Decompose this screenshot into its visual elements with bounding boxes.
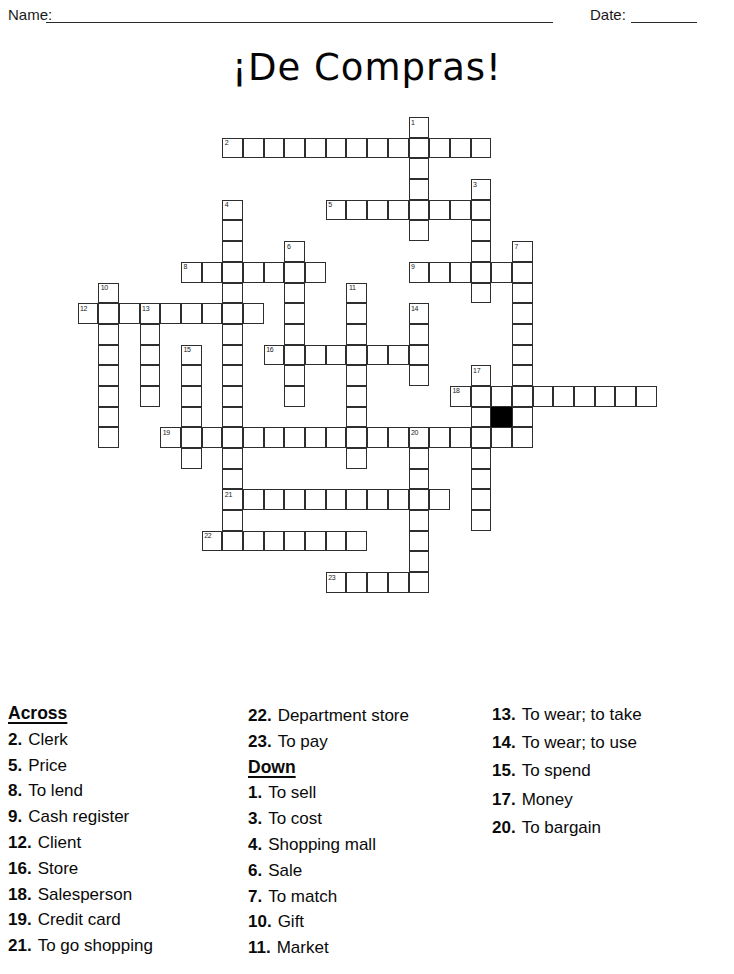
grid-cell[interactable] bbox=[346, 448, 367, 469]
grid-cell[interactable] bbox=[243, 138, 264, 159]
grid-cell[interactable] bbox=[450, 262, 471, 283]
grid-cell[interactable] bbox=[429, 489, 450, 510]
clue-number-label: 14 bbox=[411, 305, 418, 312]
grid-cell[interactable] bbox=[346, 365, 367, 386]
grid-cell[interactable]: 1 bbox=[409, 117, 430, 138]
grid-cell[interactable] bbox=[326, 345, 347, 366]
grid-cell[interactable] bbox=[429, 262, 450, 283]
grid-cell[interactable] bbox=[615, 386, 636, 407]
clue-text: Credit card bbox=[38, 910, 121, 929]
grid-cell[interactable] bbox=[222, 283, 243, 304]
grid-cell[interactable] bbox=[181, 448, 202, 469]
clue-number-label: 21 bbox=[225, 491, 232, 498]
grid-cell[interactable] bbox=[98, 324, 119, 345]
grid-cell[interactable] bbox=[326, 138, 347, 159]
clue-number: 10. bbox=[248, 912, 272, 931]
grid-cell[interactable] bbox=[409, 365, 430, 386]
clue-number-label: 2 bbox=[225, 139, 229, 146]
grid-cell[interactable] bbox=[346, 138, 367, 159]
grid-cell[interactable] bbox=[595, 386, 616, 407]
grid-cell[interactable] bbox=[284, 345, 305, 366]
across-clue-19: 19.Credit card bbox=[8, 907, 153, 933]
puzzle-title: ¡De Compras! bbox=[0, 44, 734, 92]
grid-cell[interactable] bbox=[409, 510, 430, 531]
across-clue-22: 22.Department store bbox=[248, 703, 409, 729]
clue-column-2: 22.Department store23.To payDown1.To sel… bbox=[248, 703, 409, 961]
grid-cell[interactable] bbox=[222, 262, 243, 283]
grid-cell[interactable] bbox=[181, 407, 202, 428]
grid-cell[interactable] bbox=[409, 551, 430, 572]
down-clue-15: 15.To spend bbox=[492, 757, 642, 785]
clue-number-label: 5 bbox=[328, 201, 332, 208]
grid-cell[interactable] bbox=[512, 386, 533, 407]
clue-text: To wear; to use bbox=[522, 733, 637, 752]
grid-cell[interactable] bbox=[471, 241, 492, 262]
grid-cell[interactable] bbox=[305, 427, 326, 448]
clue-number: 16. bbox=[8, 859, 32, 878]
grid-cell[interactable]: 19 bbox=[160, 427, 181, 448]
grid-cell[interactable] bbox=[140, 324, 161, 345]
clue-number: 11. bbox=[248, 938, 271, 957]
grid-cell[interactable] bbox=[222, 324, 243, 345]
clue-number-label: 3 bbox=[473, 181, 477, 188]
grid-cell[interactable] bbox=[181, 386, 202, 407]
clue-text: Clerk bbox=[28, 730, 68, 749]
grid-cell[interactable]: 8 bbox=[181, 262, 202, 283]
grid-cell[interactable] bbox=[346, 489, 367, 510]
grid-cell[interactable] bbox=[346, 572, 367, 593]
grid-cell[interactable] bbox=[140, 365, 161, 386]
clue-text: To cost bbox=[268, 809, 322, 828]
grid-cell[interactable] bbox=[160, 303, 181, 324]
grid-cell[interactable] bbox=[471, 262, 492, 283]
grid-cell[interactable] bbox=[471, 138, 492, 159]
grid-cell[interactable] bbox=[264, 138, 285, 159]
across-clue-5: 5.Price bbox=[8, 753, 153, 779]
clue-number: 5. bbox=[8, 756, 22, 775]
grid-cell[interactable] bbox=[305, 345, 326, 366]
grid-cell[interactable] bbox=[533, 386, 554, 407]
grid-cell[interactable] bbox=[471, 200, 492, 221]
grid-cell[interactable] bbox=[471, 220, 492, 241]
grid-cell[interactable] bbox=[512, 365, 533, 386]
down-clue-1: 1.To sell bbox=[248, 780, 409, 806]
clue-number: 22. bbox=[248, 706, 272, 725]
grid-cell[interactable] bbox=[284, 303, 305, 324]
grid-cell[interactable] bbox=[346, 386, 367, 407]
grid-cell[interactable] bbox=[222, 427, 243, 448]
grid-cell[interactable] bbox=[471, 427, 492, 448]
grid-cell[interactable] bbox=[243, 531, 264, 552]
grid-cell[interactable] bbox=[284, 138, 305, 159]
clue-number-label: 15 bbox=[183, 346, 190, 353]
grid-cell[interactable] bbox=[471, 386, 492, 407]
grid-cell[interactable]: 4 bbox=[222, 200, 243, 221]
clue-number-label: 9 bbox=[411, 263, 415, 270]
grid-cell[interactable] bbox=[409, 489, 430, 510]
grid-cell[interactable] bbox=[450, 200, 471, 221]
clue-text: To bargain bbox=[522, 818, 601, 837]
grid-cell[interactable] bbox=[450, 138, 471, 159]
clue-column-3: 13.To wear; to take14.To wear; to use15.… bbox=[492, 701, 642, 842]
grid-cell[interactable] bbox=[409, 158, 430, 179]
clue-number-label: 6 bbox=[287, 243, 291, 250]
across-clue-18: 18.Salesperson bbox=[8, 882, 153, 908]
down-clue-7: 7.To match bbox=[248, 884, 409, 910]
clue-number-label: 22 bbox=[204, 532, 211, 539]
clue-number-label: 13 bbox=[142, 305, 149, 312]
clue-number-label: 11 bbox=[349, 284, 356, 291]
clue-number: 8. bbox=[8, 781, 22, 800]
grid-cell[interactable] bbox=[222, 303, 243, 324]
grid-cell[interactable] bbox=[429, 427, 450, 448]
grid-cell[interactable] bbox=[346, 427, 367, 448]
down-clue-3: 3.To cost bbox=[248, 806, 409, 832]
clue-number: 18. bbox=[8, 885, 32, 904]
grid-cell[interactable] bbox=[491, 386, 512, 407]
grid-cell[interactable] bbox=[284, 283, 305, 304]
grid-cell[interactable] bbox=[512, 324, 533, 345]
grid-cell[interactable]: 6 bbox=[284, 241, 305, 262]
date-label: Date: bbox=[590, 6, 626, 23]
grid-cell[interactable] bbox=[388, 489, 409, 510]
grid-cell[interactable] bbox=[429, 138, 450, 159]
grid-cell[interactable] bbox=[326, 427, 347, 448]
grid-cell[interactable] bbox=[409, 531, 430, 552]
grid-cell[interactable] bbox=[346, 407, 367, 428]
clue-text: To lend bbox=[28, 781, 83, 800]
across-clue-2: 2.Clerk bbox=[8, 727, 153, 753]
clue-number-label: 1 bbox=[411, 119, 415, 126]
grid-cell[interactable] bbox=[409, 469, 430, 490]
grid-cell[interactable] bbox=[471, 283, 492, 304]
grid-cell[interactable] bbox=[98, 303, 119, 324]
grid-cell[interactable]: 10 bbox=[98, 283, 119, 304]
grid-cell[interactable] bbox=[222, 345, 243, 366]
clue-text: To wear; to take bbox=[522, 705, 642, 724]
grid-cell[interactable] bbox=[471, 448, 492, 469]
grid-cell[interactable] bbox=[202, 262, 223, 283]
clue-number: 9. bbox=[8, 807, 22, 826]
grid-cell[interactable] bbox=[367, 489, 388, 510]
clue-number: 7. bbox=[248, 887, 262, 906]
grid-cell[interactable] bbox=[574, 386, 595, 407]
clue-text: To sell bbox=[268, 783, 316, 802]
clue-number-label: 12 bbox=[80, 305, 87, 312]
grid-cell[interactable]: 5 bbox=[326, 200, 347, 221]
clue-number: 13. bbox=[492, 705, 516, 724]
grid-cell[interactable] bbox=[326, 489, 347, 510]
down-clue-10: 10.Gift bbox=[248, 909, 409, 935]
clue-number-label: 4 bbox=[225, 201, 229, 208]
grid-cell[interactable]: 16 bbox=[264, 345, 285, 366]
clue-number: 23. bbox=[248, 732, 272, 751]
grid-cell[interactable] bbox=[284, 427, 305, 448]
grid-cell[interactable] bbox=[512, 283, 533, 304]
grid-cell[interactable] bbox=[471, 469, 492, 490]
grid-cell[interactable] bbox=[222, 365, 243, 386]
grid-cell[interactable] bbox=[471, 489, 492, 510]
grid-cell[interactable] bbox=[98, 345, 119, 366]
grid-cell[interactable] bbox=[222, 531, 243, 552]
grid-cell[interactable] bbox=[346, 531, 367, 552]
grid-cell[interactable] bbox=[284, 365, 305, 386]
grid-cell[interactable] bbox=[202, 303, 223, 324]
grid-cell[interactable] bbox=[140, 345, 161, 366]
grid-cell[interactable] bbox=[471, 407, 492, 428]
grid-cell[interactable] bbox=[98, 365, 119, 386]
grid-cell[interactable] bbox=[222, 407, 243, 428]
grid-cell[interactable] bbox=[326, 531, 347, 552]
grid-cell[interactable] bbox=[284, 531, 305, 552]
grid-cell[interactable]: 2 bbox=[222, 138, 243, 159]
grid-cell[interactable]: 22 bbox=[202, 531, 223, 552]
across-clue-23: 23.To pay bbox=[248, 729, 409, 755]
down-clue-20: 20.To bargain bbox=[492, 814, 642, 842]
grid-cell[interactable] bbox=[243, 303, 264, 324]
across-heading: Across bbox=[8, 701, 153, 727]
grid-cell[interactable] bbox=[243, 427, 264, 448]
grid-cell[interactable] bbox=[243, 489, 264, 510]
grid-cell[interactable] bbox=[305, 531, 326, 552]
grid-cell[interactable] bbox=[409, 572, 430, 593]
grid-cell[interactable]: 7 bbox=[512, 241, 533, 262]
clue-number: 21. bbox=[8, 936, 32, 955]
grid-cell[interactable]: 13 bbox=[140, 303, 161, 324]
name-input-line[interactable] bbox=[46, 7, 553, 23]
grid-cell[interactable] bbox=[450, 427, 471, 448]
grid-cell[interactable] bbox=[98, 386, 119, 407]
down-heading: Down bbox=[248, 755, 409, 781]
grid-cell[interactable] bbox=[346, 345, 367, 366]
across-clue-16: 16.Store bbox=[8, 856, 153, 882]
grid-cell[interactable]: 20 bbox=[409, 427, 430, 448]
clue-text: Client bbox=[38, 833, 81, 852]
grid-cell[interactable] bbox=[491, 427, 512, 448]
grid-cell[interactable] bbox=[491, 262, 512, 283]
grid-cell[interactable] bbox=[388, 427, 409, 448]
grid-cell[interactable] bbox=[222, 241, 243, 262]
grid-cell[interactable] bbox=[346, 324, 367, 345]
clue-number: 2. bbox=[8, 730, 22, 749]
grid-cell[interactable] bbox=[409, 324, 430, 345]
grid-cell[interactable] bbox=[388, 572, 409, 593]
down-clue-14: 14.To wear; to use bbox=[492, 729, 642, 757]
clue-number: 19. bbox=[8, 910, 32, 929]
clue-text: Sale bbox=[268, 861, 302, 880]
grid-cell[interactable] bbox=[409, 138, 430, 159]
grid-cell[interactable] bbox=[222, 469, 243, 490]
clue-text: Gift bbox=[278, 912, 304, 931]
grid-cell[interactable] bbox=[119, 303, 140, 324]
across-clue-21: 21.To go shopping bbox=[8, 933, 153, 959]
grid-cell[interactable]: 11 bbox=[346, 283, 367, 304]
grid-cell[interactable] bbox=[409, 179, 430, 200]
grid-cell[interactable]: 15 bbox=[181, 345, 202, 366]
grid-cell[interactable]: 23 bbox=[326, 572, 347, 593]
grid-cell[interactable] bbox=[222, 448, 243, 469]
clue-number-label: 17 bbox=[473, 367, 480, 374]
grid-cell[interactable]: 3 bbox=[471, 179, 492, 200]
clue-number-label: 7 bbox=[514, 243, 518, 250]
grid-cell[interactable] bbox=[553, 386, 574, 407]
clue-number-label: 16 bbox=[266, 346, 273, 353]
down-clue-11: 11.Market bbox=[248, 935, 409, 961]
grid-cell[interactable] bbox=[284, 324, 305, 345]
across-clue-9: 9.Cash register bbox=[8, 804, 153, 830]
grid-cell[interactable] bbox=[512, 345, 533, 366]
clue-number: 14. bbox=[492, 733, 516, 752]
clue-number: 12. bbox=[8, 833, 32, 852]
clue-number: 1. bbox=[248, 783, 262, 802]
grid-cell[interactable] bbox=[409, 200, 430, 221]
grid-cell[interactable] bbox=[409, 345, 430, 366]
clue-text: To match bbox=[268, 887, 337, 906]
across-clue-8: 8.To lend bbox=[8, 778, 153, 804]
down-clue-6: 6.Sale bbox=[248, 858, 409, 884]
grid-cell[interactable] bbox=[636, 386, 657, 407]
down-clue-13: 13.To wear; to take bbox=[492, 701, 642, 729]
black-cell bbox=[491, 407, 512, 428]
grid-cell[interactable] bbox=[264, 489, 285, 510]
grid-cell[interactable] bbox=[222, 386, 243, 407]
grid-cell[interactable] bbox=[388, 138, 409, 159]
down-clue-4: 4.Shopping mall bbox=[248, 832, 409, 858]
across-clue-12: 12.Client bbox=[8, 830, 153, 856]
grid-cell[interactable]: 9 bbox=[409, 262, 430, 283]
clue-number-label: 8 bbox=[183, 263, 187, 270]
grid-cell[interactable] bbox=[409, 220, 430, 241]
grid-cell[interactable] bbox=[98, 427, 119, 448]
grid-cell[interactable]: 17 bbox=[471, 365, 492, 386]
grid-cell[interactable] bbox=[284, 386, 305, 407]
clue-number: 6. bbox=[248, 861, 262, 880]
grid-cell[interactable] bbox=[181, 427, 202, 448]
grid-cell[interactable] bbox=[284, 262, 305, 283]
grid-cell[interactable] bbox=[305, 489, 326, 510]
grid-cell[interactable] bbox=[284, 489, 305, 510]
date-input-line[interactable] bbox=[631, 7, 697, 23]
clue-number: 4. bbox=[248, 835, 262, 854]
grid-cell[interactable] bbox=[512, 407, 533, 428]
grid-cell[interactable] bbox=[305, 138, 326, 159]
clue-number-label: 23 bbox=[328, 574, 335, 581]
grid-cell[interactable] bbox=[388, 200, 409, 221]
grid-cell[interactable] bbox=[181, 303, 202, 324]
grid-cell[interactable]: 14 bbox=[409, 303, 430, 324]
grid-cell[interactable] bbox=[140, 386, 161, 407]
grid-cell[interactable] bbox=[202, 427, 223, 448]
clue-number-label: 10 bbox=[101, 284, 108, 291]
crossword-grid: 1234567891011121314151617181920212223 bbox=[78, 117, 657, 593]
clue-text: Price bbox=[28, 756, 67, 775]
clue-text: To pay bbox=[278, 732, 328, 751]
clue-text: Department store bbox=[278, 706, 409, 725]
clue-text: Shopping mall bbox=[268, 835, 376, 854]
grid-cell[interactable] bbox=[264, 262, 285, 283]
grid-cell[interactable] bbox=[512, 262, 533, 283]
grid-cell[interactable] bbox=[512, 427, 533, 448]
grid-cell[interactable]: 12 bbox=[78, 303, 99, 324]
clue-number-label: 18 bbox=[452, 387, 459, 394]
clue-text: Money bbox=[522, 790, 573, 809]
clue-column-1: Across2.Clerk5.Price8.To lend9.Cash regi… bbox=[8, 701, 153, 959]
clue-text: Salesperson bbox=[38, 885, 133, 904]
grid-cell[interactable] bbox=[367, 572, 388, 593]
clue-number: 3. bbox=[248, 809, 262, 828]
clue-number: 20. bbox=[492, 818, 516, 837]
clue-number-label: 20 bbox=[411, 429, 418, 436]
crossword-worksheet: { "game": "crossword", "title": "¡De Com… bbox=[0, 0, 734, 974]
clue-number: 15. bbox=[492, 761, 516, 780]
grid-cell[interactable] bbox=[367, 345, 388, 366]
grid-cell[interactable] bbox=[388, 345, 409, 366]
clue-text: To spend bbox=[522, 761, 591, 780]
grid-cell[interactable] bbox=[429, 200, 450, 221]
grid-cell[interactable] bbox=[181, 365, 202, 386]
grid-cell[interactable] bbox=[243, 262, 264, 283]
grid-cell[interactable] bbox=[305, 262, 326, 283]
grid-cell[interactable] bbox=[222, 220, 243, 241]
grid-cell[interactable] bbox=[264, 427, 285, 448]
grid-cell[interactable] bbox=[222, 510, 243, 531]
grid-cell[interactable] bbox=[471, 510, 492, 531]
down-clue-17: 17.Money bbox=[492, 786, 642, 814]
clue-number-label: 19 bbox=[163, 429, 170, 436]
grid-cell[interactable] bbox=[409, 448, 430, 469]
clue-text: Store bbox=[38, 859, 79, 878]
grid-cell[interactable] bbox=[346, 303, 367, 324]
clue-number: 17. bbox=[492, 790, 516, 809]
grid-cell[interactable]: 18 bbox=[450, 386, 471, 407]
clue-text: Cash register bbox=[28, 807, 129, 826]
clue-text: To go shopping bbox=[38, 936, 153, 955]
clue-text: Market bbox=[277, 938, 329, 957]
grid-cell[interactable] bbox=[367, 200, 388, 221]
grid-cell[interactable] bbox=[346, 200, 367, 221]
grid-cell[interactable] bbox=[367, 138, 388, 159]
grid-cell[interactable] bbox=[367, 427, 388, 448]
grid-cell[interactable] bbox=[98, 407, 119, 428]
grid-cell[interactable] bbox=[264, 531, 285, 552]
grid-cell[interactable] bbox=[512, 303, 533, 324]
grid-cell[interactable]: 21 bbox=[222, 489, 243, 510]
